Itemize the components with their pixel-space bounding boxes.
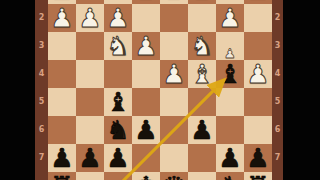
square-g2[interactable]: ♟ bbox=[76, 4, 104, 32]
black-rook: ♜ bbox=[48, 172, 76, 180]
square-f5[interactable]: ♝ bbox=[104, 88, 132, 116]
square-d2[interactable] bbox=[160, 4, 188, 32]
white-pawn: ♟ bbox=[216, 4, 244, 32]
square-c2[interactable] bbox=[188, 4, 216, 32]
square-a2[interactable] bbox=[244, 4, 272, 32]
square-f4[interactable] bbox=[104, 60, 132, 88]
rank-label-right-8: 8 bbox=[272, 172, 283, 180]
black-pawn: ♟ bbox=[244, 144, 272, 172]
square-a3[interactable] bbox=[244, 32, 272, 60]
square-e5[interactable] bbox=[132, 88, 160, 116]
square-f6[interactable]: ♞ bbox=[104, 116, 132, 144]
square-f3[interactable]: ♞ bbox=[104, 32, 132, 60]
rank-label-left-6: 6 bbox=[35, 116, 48, 144]
square-g7[interactable]: ♟ bbox=[76, 144, 104, 172]
white-pawn: ♟ bbox=[160, 60, 188, 88]
rank-label-right-6: 6 bbox=[272, 116, 283, 144]
square-h5[interactable] bbox=[48, 88, 76, 116]
black-bishop: ♝ bbox=[104, 88, 132, 116]
square-f8[interactable] bbox=[104, 172, 132, 180]
square-e6[interactable]: ♟ bbox=[132, 116, 160, 144]
square-d7[interactable] bbox=[160, 144, 188, 172]
square-b6[interactable] bbox=[216, 116, 244, 144]
rank-label-left-4: 4 bbox=[35, 60, 48, 88]
square-f2[interactable]: ♟ bbox=[104, 4, 132, 32]
square-a5[interactable] bbox=[244, 88, 272, 116]
square-c3[interactable]: ♞ bbox=[188, 32, 216, 60]
rank-label-right-3: 3 bbox=[272, 32, 283, 60]
square-c8[interactable] bbox=[188, 172, 216, 180]
white-pawn: ♟ bbox=[48, 4, 76, 32]
rank-label-left-7: 7 bbox=[35, 144, 48, 172]
black-pawn: ♟ bbox=[132, 116, 160, 144]
rank-label-left-8: 8 bbox=[35, 172, 48, 180]
white-pawn: ♟ bbox=[132, 32, 160, 60]
rank-label-left-3: 3 bbox=[35, 32, 48, 60]
rank-label-right-2: 2 bbox=[272, 4, 283, 32]
square-b2[interactable]: ♟ bbox=[216, 4, 244, 32]
square-e4[interactable] bbox=[132, 60, 160, 88]
black-rook: ♜ bbox=[244, 172, 272, 180]
rank-label-right-4: 4 bbox=[272, 60, 283, 88]
chess-game-screenshot: ♜♚♛♝♜♟♟♟♟♞♟♞♟♝♝♟♝♞♟♟♟♟♟♟♟♜♚♛♞♜ ♟ 1122334… bbox=[0, 0, 320, 180]
square-h7[interactable]: ♟ bbox=[48, 144, 76, 172]
black-pawn: ♟ bbox=[48, 144, 76, 172]
square-c6[interactable]: ♟ bbox=[188, 116, 216, 144]
black-pawn: ♟ bbox=[216, 144, 244, 172]
rank-label-right-5: 5 bbox=[272, 88, 283, 116]
square-d4[interactable]: ♟ bbox=[160, 60, 188, 88]
square-h4[interactable] bbox=[48, 60, 76, 88]
square-g6[interactable] bbox=[76, 116, 104, 144]
black-bishop: ♝ bbox=[216, 60, 244, 88]
black-queen: ♛ bbox=[160, 172, 188, 180]
square-e8[interactable]: ♚ bbox=[132, 172, 160, 180]
square-a7[interactable]: ♟ bbox=[244, 144, 272, 172]
square-d8[interactable]: ♛ bbox=[160, 172, 188, 180]
white-bishop: ♝ bbox=[188, 60, 216, 88]
black-knight: ♞ bbox=[104, 116, 132, 144]
white-pawn: ♟ bbox=[76, 4, 104, 32]
square-b3[interactable] bbox=[216, 32, 244, 60]
square-h6[interactable] bbox=[48, 116, 76, 144]
square-c4[interactable]: ♝ bbox=[188, 60, 216, 88]
rank-label-left-2: 2 bbox=[35, 4, 48, 32]
rank-label-right-7: 7 bbox=[272, 144, 283, 172]
square-a4[interactable]: ♟ bbox=[244, 60, 272, 88]
square-g5[interactable] bbox=[76, 88, 104, 116]
black-king: ♚ bbox=[132, 172, 160, 180]
square-e7[interactable] bbox=[132, 144, 160, 172]
black-knight: ♞ bbox=[216, 172, 244, 180]
white-pawn: ♟ bbox=[244, 60, 272, 88]
black-pawn: ♟ bbox=[76, 144, 104, 172]
square-h3[interactable] bbox=[48, 32, 76, 60]
square-g3[interactable] bbox=[76, 32, 104, 60]
square-d6[interactable] bbox=[160, 116, 188, 144]
square-h8[interactable]: ♜ bbox=[48, 172, 76, 180]
white-pawn: ♟ bbox=[104, 4, 132, 32]
square-a8[interactable]: ♜ bbox=[244, 172, 272, 180]
chess-board: ♜♚♛♝♜♟♟♟♟♞♟♞♟♝♝♟♝♞♟♟♟♟♟♟♟♜♚♛♞♜ bbox=[48, 0, 272, 180]
square-b4[interactable]: ♝ bbox=[216, 60, 244, 88]
square-f7[interactable]: ♟ bbox=[104, 144, 132, 172]
square-b8[interactable]: ♞ bbox=[216, 172, 244, 180]
square-b5[interactable] bbox=[216, 88, 244, 116]
black-pawn: ♟ bbox=[188, 116, 216, 144]
square-b7[interactable]: ♟ bbox=[216, 144, 244, 172]
square-c7[interactable] bbox=[188, 144, 216, 172]
square-c5[interactable] bbox=[188, 88, 216, 116]
black-pawn: ♟ bbox=[104, 144, 132, 172]
square-d3[interactable] bbox=[160, 32, 188, 60]
square-g4[interactable] bbox=[76, 60, 104, 88]
square-g8[interactable] bbox=[76, 172, 104, 180]
square-d5[interactable] bbox=[160, 88, 188, 116]
square-h2[interactable]: ♟ bbox=[48, 4, 76, 32]
white-knight: ♞ bbox=[188, 32, 216, 60]
white-knight: ♞ bbox=[104, 32, 132, 60]
square-a6[interactable] bbox=[244, 116, 272, 144]
rank-label-left-5: 5 bbox=[35, 88, 48, 116]
square-e2[interactable] bbox=[132, 4, 160, 32]
square-e3[interactable]: ♟ bbox=[132, 32, 160, 60]
